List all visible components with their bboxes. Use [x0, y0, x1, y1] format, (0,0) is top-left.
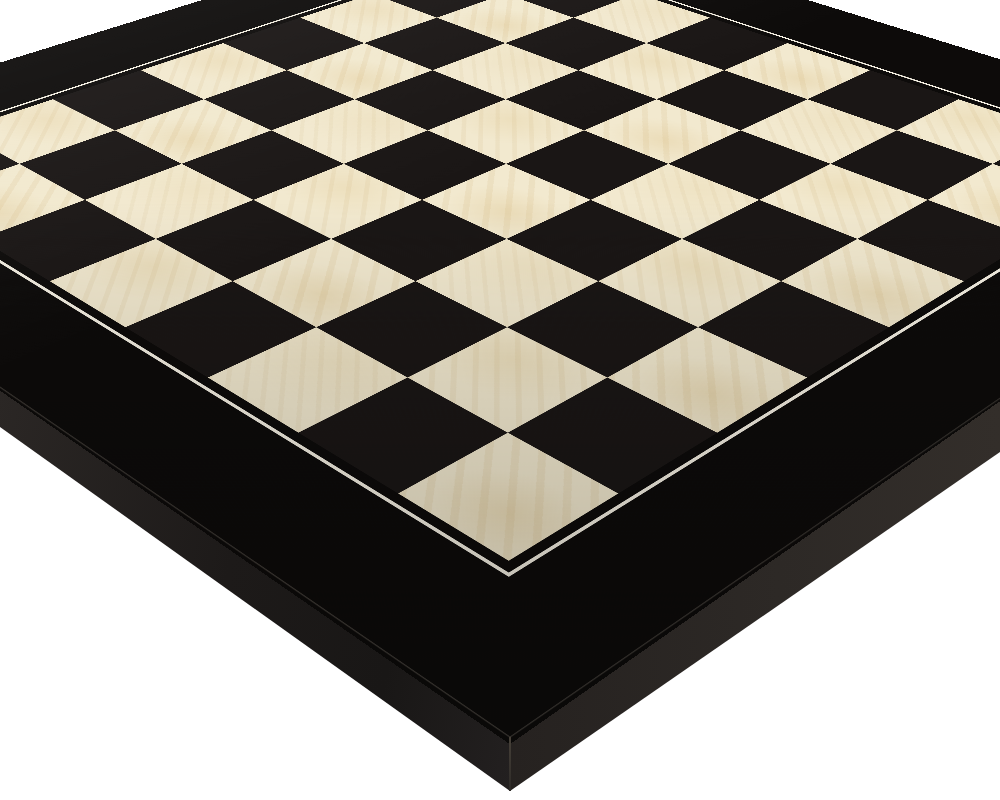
board-corner-edge: [509, 737, 511, 791]
board-grid: [0, 0, 1000, 561]
board-product-photo: [0, 0, 1000, 800]
chess-board: [0, 0, 1000, 744]
